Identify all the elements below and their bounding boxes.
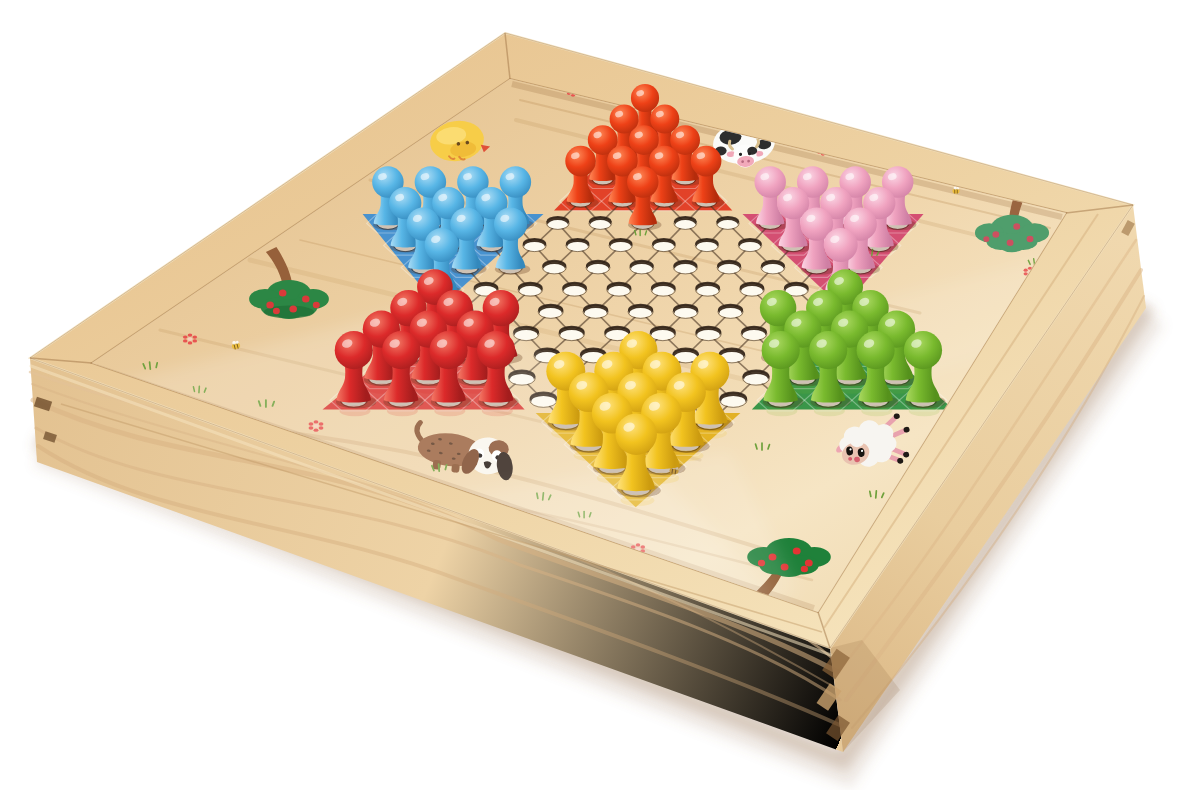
board-hole[interactable] — [651, 282, 676, 296]
board-hole[interactable] — [695, 282, 720, 296]
board-hole[interactable] — [559, 326, 585, 341]
board-hole[interactable] — [696, 326, 722, 341]
board-hole[interactable] — [650, 326, 676, 341]
board-hole[interactable] — [609, 238, 632, 252]
scene: Chinese Checkers (Sternhalma) - wooden b… — [0, 0, 1200, 790]
board-hole[interactable] — [716, 216, 739, 229]
board-hole[interactable] — [523, 238, 546, 252]
board-hole[interactable] — [542, 260, 566, 274]
board-hole[interactable] — [583, 304, 608, 319]
board-hole[interactable] — [607, 282, 632, 296]
board-hole[interactable] — [518, 282, 543, 296]
board-hole[interactable] — [673, 304, 698, 319]
board-hole[interactable] — [674, 216, 697, 229]
board-hole[interactable] — [589, 216, 612, 229]
chinese-checkers-board-photo: Chinese Checkers (Sternhalma) - wooden b… — [0, 0, 1200, 790]
board-hole[interactable] — [741, 326, 767, 341]
board-hole[interactable] — [538, 304, 563, 319]
board-hole[interactable] — [628, 304, 653, 319]
board-hole[interactable] — [695, 238, 718, 252]
board-hole[interactable] — [673, 260, 697, 274]
board-hole[interactable] — [586, 260, 610, 274]
board-hole[interactable] — [761, 260, 785, 274]
board-hole[interactable] — [718, 304, 743, 319]
board-hole[interactable] — [720, 392, 748, 408]
board-hole[interactable] — [738, 238, 761, 252]
board-hole[interactable] — [652, 238, 675, 252]
board-hole[interactable] — [740, 282, 765, 296]
board-hole[interactable] — [743, 370, 770, 386]
board-hole[interactable] — [546, 216, 569, 229]
board-hole[interactable] — [717, 260, 741, 274]
board-hole[interactable] — [630, 260, 654, 274]
board-hole[interactable] — [566, 238, 589, 252]
board-hole[interactable] — [562, 282, 587, 296]
